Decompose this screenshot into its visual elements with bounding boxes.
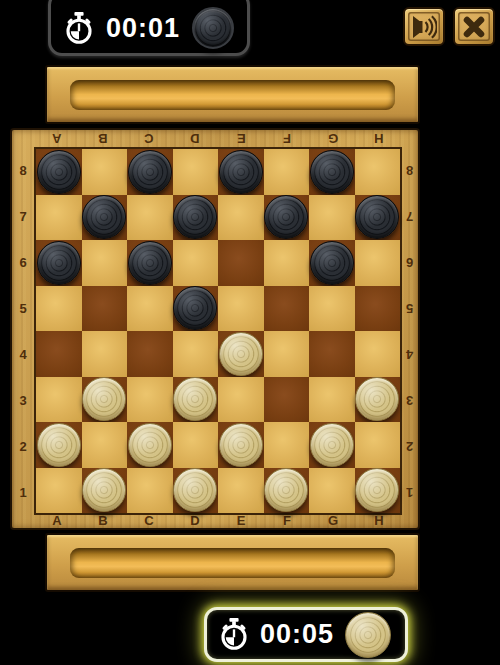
black-piece-indicator: [192, 7, 234, 49]
rank-label: 4: [406, 347, 413, 362]
checker-white-e2[interactable]: [219, 423, 263, 467]
square-e5: [218, 286, 264, 332]
rank-label: 3: [19, 393, 26, 408]
checker-black-g6[interactable]: [310, 241, 354, 285]
file-label: B: [98, 131, 107, 146]
file-label: D: [190, 513, 199, 528]
file-label: A: [52, 513, 61, 528]
sound-button[interactable]: [403, 7, 445, 46]
file-label: E: [237, 513, 246, 528]
square-h4: [355, 331, 401, 377]
close-icon: [461, 14, 487, 40]
square-h7[interactable]: [355, 195, 401, 241]
rank-label: 5: [406, 301, 413, 316]
checker-black-d5[interactable]: [173, 286, 217, 330]
file-label: D: [190, 131, 199, 146]
rank-label: 2: [19, 439, 26, 454]
square-h8: [355, 149, 401, 195]
black-timer-panel: 00:01: [48, 0, 250, 56]
file-label: A: [52, 131, 61, 146]
square-c5: [127, 286, 173, 332]
square-h3[interactable]: [355, 377, 401, 423]
square-e7: [218, 195, 264, 241]
square-b4: [82, 331, 128, 377]
square-c6[interactable]: [127, 240, 173, 286]
file-label: F: [283, 131, 291, 146]
square-a3: [36, 377, 82, 423]
square-c3: [127, 377, 173, 423]
tray-groove: [70, 80, 395, 110]
square-f6: [264, 240, 310, 286]
square-b3[interactable]: [82, 377, 128, 423]
square-f2: [264, 422, 310, 468]
square-b1[interactable]: [82, 468, 128, 514]
rank-labels-left: 87654321: [12, 147, 34, 515]
checker-white-b1[interactable]: [82, 468, 126, 512]
square-a5: [36, 286, 82, 332]
file-label: H: [374, 513, 383, 528]
rank-label: 8: [406, 163, 413, 178]
square-c2[interactable]: [127, 422, 173, 468]
square-c8[interactable]: [127, 149, 173, 195]
checker-black-h7[interactable]: [355, 195, 399, 239]
checkers-board: ABCDEFGH 87654321 87654321 ABCDEFGH: [10, 128, 420, 530]
square-d7[interactable]: [173, 195, 219, 241]
square-g5: [309, 286, 355, 332]
white-timer-value: 00:05: [260, 619, 334, 650]
file-label: G: [328, 131, 338, 146]
square-h2: [355, 422, 401, 468]
checker-white-h1[interactable]: [355, 468, 399, 512]
close-button-face: [458, 12, 490, 41]
file-label: C: [144, 513, 153, 528]
square-a7: [36, 195, 82, 241]
square-a8[interactable]: [36, 149, 82, 195]
square-d6: [173, 240, 219, 286]
rank-label: 5: [19, 301, 26, 316]
square-a6[interactable]: [36, 240, 82, 286]
checker-black-f7[interactable]: [264, 195, 308, 239]
square-c4[interactable]: [127, 331, 173, 377]
square-d2: [173, 422, 219, 468]
square-c1: [127, 468, 173, 514]
square-g4[interactable]: [309, 331, 355, 377]
checker-white-d1[interactable]: [173, 468, 217, 512]
square-d4: [173, 331, 219, 377]
square-g7: [309, 195, 355, 241]
square-h5[interactable]: [355, 286, 401, 332]
captured-pieces-tray-bottom: [45, 533, 420, 592]
file-label: G: [328, 513, 338, 528]
file-labels-top: ABCDEFGH: [34, 130, 402, 147]
file-labels-bottom: ABCDEFGH: [34, 513, 402, 528]
square-b8: [82, 149, 128, 195]
square-d1[interactable]: [173, 468, 219, 514]
stopwatch-icon: [219, 618, 249, 651]
checker-white-e4[interactable]: [219, 332, 263, 376]
board-grid: [34, 147, 402, 515]
white-timer-panel: 00:05: [204, 607, 408, 662]
checker-white-g2[interactable]: [310, 423, 354, 467]
file-label: C: [144, 131, 153, 146]
checker-white-h3[interactable]: [355, 377, 399, 421]
square-f5[interactable]: [264, 286, 310, 332]
checker-white-b3[interactable]: [82, 377, 126, 421]
sound-button-face: [408, 12, 440, 41]
square-a4[interactable]: [36, 331, 82, 377]
rank-label: 7: [406, 209, 413, 224]
square-f1[interactable]: [264, 468, 310, 514]
square-g1: [309, 468, 355, 514]
file-label: H: [374, 131, 383, 146]
file-label: E: [237, 131, 246, 146]
square-b7[interactable]: [82, 195, 128, 241]
rank-label: 2: [406, 439, 413, 454]
square-b5[interactable]: [82, 286, 128, 332]
rank-label: 6: [19, 255, 26, 270]
checker-black-c8[interactable]: [128, 150, 172, 194]
square-g8[interactable]: [309, 149, 355, 195]
checker-black-c6[interactable]: [128, 241, 172, 285]
rank-labels-right: 87654321: [402, 147, 418, 515]
black-timer-value: 00:01: [106, 13, 180, 44]
checker-black-a6[interactable]: [37, 241, 81, 285]
square-a2[interactable]: [36, 422, 82, 468]
square-c7: [127, 195, 173, 241]
rank-label: 1: [406, 485, 413, 500]
checker-white-d3[interactable]: [173, 377, 217, 421]
square-e6[interactable]: [218, 240, 264, 286]
checker-white-f1[interactable]: [264, 468, 308, 512]
square-f4: [264, 331, 310, 377]
square-e2[interactable]: [218, 422, 264, 468]
stopwatch-icon: [64, 12, 94, 45]
speaker-icon: [411, 13, 437, 41]
checker-black-a8[interactable]: [37, 150, 81, 194]
square-d3[interactable]: [173, 377, 219, 423]
square-f8: [264, 149, 310, 195]
square-b2: [82, 422, 128, 468]
square-a1: [36, 468, 82, 514]
rank-label: 7: [19, 209, 26, 224]
square-d5[interactable]: [173, 286, 219, 332]
rank-label: 6: [406, 255, 413, 270]
square-f7[interactable]: [264, 195, 310, 241]
tray-groove: [70, 548, 395, 578]
square-e4[interactable]: [218, 331, 264, 377]
square-g2[interactable]: [309, 422, 355, 468]
square-f3[interactable]: [264, 377, 310, 423]
square-g3: [309, 377, 355, 423]
square-g6[interactable]: [309, 240, 355, 286]
white-piece-indicator: [345, 612, 391, 658]
checker-white-c2[interactable]: [128, 423, 172, 467]
file-label: B: [98, 513, 107, 528]
rank-label: 1: [19, 485, 26, 500]
rank-label: 8: [19, 163, 26, 178]
file-label: F: [283, 513, 291, 528]
square-e1: [218, 468, 264, 514]
checkers-game-screen: 00:01 ABCDEFGH 87654321 87654321 ABCDEFG…: [0, 0, 500, 665]
captured-pieces-tray-top: [45, 65, 420, 124]
close-button[interactable]: [453, 7, 495, 46]
square-b6: [82, 240, 128, 286]
checker-white-a2[interactable]: [37, 423, 81, 467]
square-e8[interactable]: [218, 149, 264, 195]
rank-label: 4: [19, 347, 26, 362]
square-h1[interactable]: [355, 468, 401, 514]
square-h6: [355, 240, 401, 286]
square-e3: [218, 377, 264, 423]
checker-black-d7[interactable]: [173, 195, 217, 239]
checker-black-e8[interactable]: [219, 150, 263, 194]
checker-black-g8[interactable]: [310, 150, 354, 194]
rank-label: 3: [406, 393, 413, 408]
checker-black-b7[interactable]: [82, 195, 126, 239]
square-d8: [173, 149, 219, 195]
